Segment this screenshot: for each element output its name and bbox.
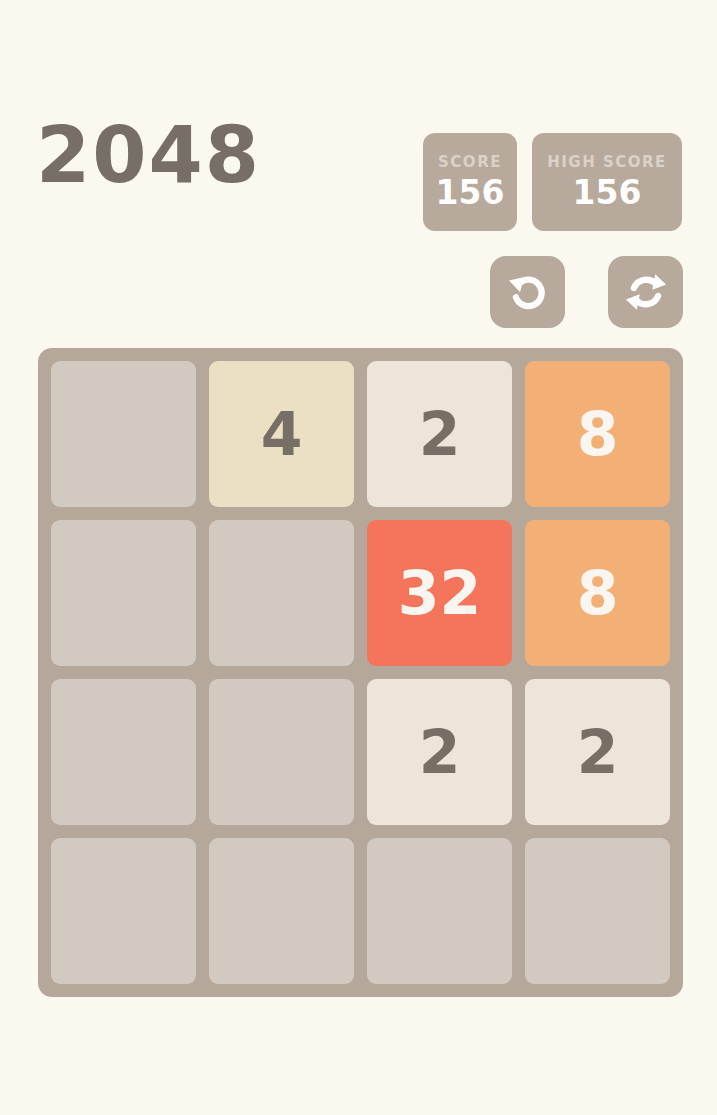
empty-cell-r3c1 <box>51 679 196 825</box>
restart-icon <box>623 269 669 315</box>
score-value: 156 <box>436 173 505 213</box>
empty-cell-r4c4 <box>525 838 670 984</box>
empty-cell-r2c2 <box>209 520 354 666</box>
score-box: SCORE 156 <box>423 133 517 231</box>
tile-4-r1c2: 4 <box>209 361 354 507</box>
empty-cell-r4c3 <box>367 838 512 984</box>
tile-2-r1c3: 2 <box>367 361 512 507</box>
score-label: SCORE <box>438 152 502 173</box>
game-board[interactable]: 42832822 <box>38 348 683 997</box>
empty-cell-r1c1 <box>51 361 196 507</box>
empty-cell-r2c1 <box>51 520 196 666</box>
undo-icon <box>505 269 551 315</box>
empty-cell-r4c2 <box>209 838 354 984</box>
empty-cell-r4c1 <box>51 838 196 984</box>
empty-cell-r3c2 <box>209 679 354 825</box>
high-score-value: 156 <box>573 173 642 213</box>
high-score-box: HIGH SCORE 156 <box>532 133 682 231</box>
tile-32-r2c3: 32 <box>367 520 512 666</box>
game-title: 2048 <box>36 110 261 200</box>
tile-8-r1c4: 8 <box>525 361 670 507</box>
tile-2-r3c4: 2 <box>525 679 670 825</box>
tile-8-r2c4: 8 <box>525 520 670 666</box>
restart-button[interactable] <box>608 256 683 328</box>
undo-button[interactable] <box>490 256 565 328</box>
tile-2-r3c3: 2 <box>367 679 512 825</box>
high-score-label: HIGH SCORE <box>547 152 667 173</box>
